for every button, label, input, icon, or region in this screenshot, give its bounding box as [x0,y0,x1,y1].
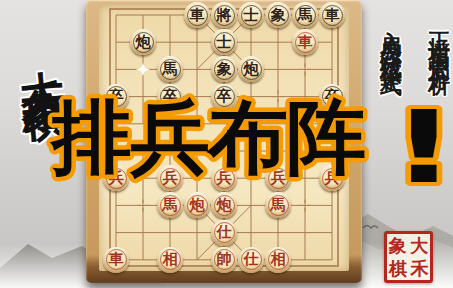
piece-black-馬[interactable]: 馬 [292,2,318,28]
seal-char: 大 [409,234,431,257]
piece-glyph: 象 [271,8,286,23]
piece-red-車[interactable]: 車 [103,247,129,273]
piece-black-象[interactable]: 象 [211,56,237,82]
piece-glyph: 車 [298,35,313,50]
piece-glyph: 馬 [298,8,313,23]
piece-black-炮[interactable]: 炮 [238,56,264,82]
piece-glyph: 車 [190,8,205,23]
piece-black-將[interactable]: 將 [211,2,237,28]
piece-red-相[interactable]: 相 [157,247,183,273]
overlay-title-svg: 排兵布阵 ! [0,85,453,205]
piece-glyph: 車 [109,252,124,267]
piece-red-仕[interactable]: 仕 [238,247,264,273]
thumbnail: 車將士象馬車炮士車馬象炮卒卒卒卒兵兵兵兵兵馬炮炮馬仕車相帥仕相 大禾象棋 正谱布… [0,0,453,288]
piece-black-馬[interactable]: 馬 [157,56,183,82]
piece-black-象[interactable]: 象 [265,2,291,28]
piece-black-炮[interactable]: 炮 [130,29,156,55]
piece-red-仕[interactable]: 仕 [211,220,237,246]
piece-glyph: 炮 [244,62,259,77]
piece-glyph: 馬 [163,62,178,77]
piece-glyph: 帥 [217,252,232,267]
seal-char: 禾 [409,257,431,280]
piece-glyph: 相 [163,252,178,267]
piece-red-相[interactable]: 相 [265,247,291,273]
piece-red-車[interactable]: 車 [292,29,318,55]
piece-black-士[interactable]: 士 [211,29,237,55]
piece-red-帥[interactable]: 帥 [211,247,237,273]
piece-glyph: 車 [325,8,340,23]
piece-glyph: 仕 [244,252,259,267]
piece-glyph: 相 [271,252,286,267]
piece-glyph: 仕 [217,225,232,240]
piece-black-車[interactable]: 車 [184,2,210,28]
piece-glyph: 士 [244,8,259,23]
piece-glyph: 士 [217,35,232,50]
overlay-exclamation: ! [391,89,453,205]
piece-glyph: 將 [217,8,232,23]
right-banner-inner: 入局思路残棋定式 [381,14,403,62]
piece-glyph: 炮 [136,35,151,50]
left-banner: 大禾象棋 [15,32,63,72]
seal-char: 棋 [387,257,409,280]
piece-black-車[interactable]: 車 [319,2,345,28]
right-banner-outer: 正谱布局中局分析 [429,14,451,62]
piece-black-士[interactable]: 士 [238,2,264,28]
brand-seal: 象 大 棋 禾 [384,231,433,283]
piece-glyph: 象 [217,62,232,77]
overlay-title-text: 排兵布阵 [49,91,365,184]
seal-char: 象 [387,234,409,257]
